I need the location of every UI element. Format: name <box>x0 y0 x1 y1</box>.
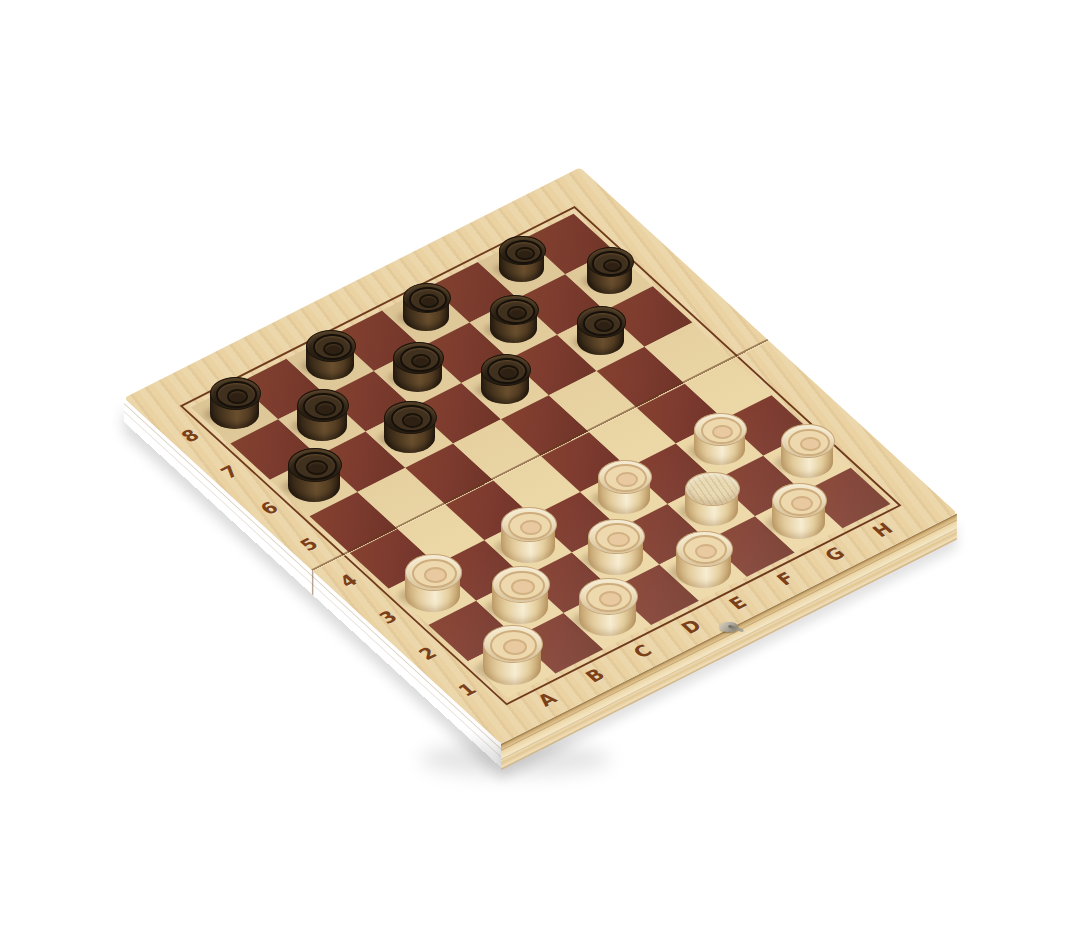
piece-dark-e6[interactable]: ⛂ <box>481 354 530 405</box>
piece-light-g3[interactable]: ⛀ <box>694 413 745 466</box>
piece-dark-c6[interactable]: ⛂ <box>384 401 434 453</box>
piece-dark-a6[interactable]: ⛂ <box>288 448 340 502</box>
piece-dark-d7[interactable]: ⛂ <box>393 342 441 392</box>
piece-dark-g6[interactable]: ⛂ <box>577 306 624 355</box>
piece-dark-e8[interactable]: ⛂ <box>403 283 449 331</box>
piece-dark-c8[interactable]: ⛂ <box>306 330 354 380</box>
piece-light-b2[interactable]: ⛀ <box>492 566 548 624</box>
piece-light-a1[interactable]: ⛀ <box>483 625 541 686</box>
piece-light-e3[interactable]: ⛀ <box>598 460 650 515</box>
piece-dark-f7[interactable]: ⛂ <box>490 295 537 344</box>
piece-dark-a8[interactable]: ⛂ <box>210 377 260 429</box>
piece-light-c3[interactable]: ⛀ <box>501 507 555 563</box>
piece-light-d2[interactable]: ⛀ <box>588 519 642 576</box>
piece-light-g1[interactable]: ⛀ <box>772 483 825 538</box>
piece-light-f2[interactable]: ⛀ <box>685 472 738 527</box>
piece-dark-g8[interactable]: ⛂ <box>499 236 544 282</box>
piece-light-c1[interactable]: ⛀ <box>579 578 636 637</box>
product-photo-scene: 12345678ABCDEFGH ⛂⛂⛂⛂⛂⛂⛂⛂⛂⛂⛂⛂⛀⛀⛀⛀⛀⛀⛀⛀⛀⛀⛀… <box>0 0 1081 938</box>
piece-light-e1[interactable]: ⛀ <box>676 531 731 588</box>
piece-dark-h7[interactable]: ⛂ <box>587 247 632 294</box>
piece-dark-b7[interactable]: ⛂ <box>297 389 347 441</box>
piece-light-a3[interactable]: ⛀ <box>405 554 461 612</box>
piece-light-h2[interactable]: ⛀ <box>781 424 832 477</box>
pieces-layer: ⛂⛂⛂⛂⛂⛂⛂⛂⛂⛂⛂⛂⛀⛀⛀⛀⛀⛀⛀⛀⛀⛀⛀⛀ <box>0 0 1081 938</box>
